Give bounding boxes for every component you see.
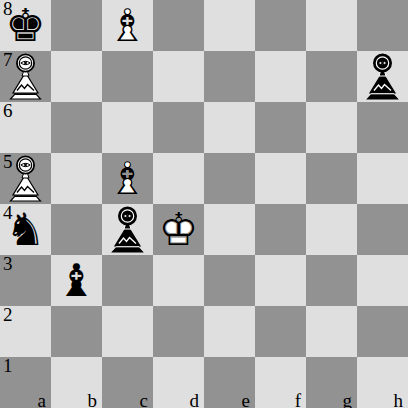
- white-piece-outline-glyph: ♔: [153, 204, 204, 255]
- square-a3[interactable]: 3: [0, 255, 51, 306]
- square-d7[interactable]: [153, 51, 204, 102]
- square-d5[interactable]: [153, 153, 204, 204]
- square-g8[interactable]: [306, 0, 357, 51]
- square-g4[interactable]: [306, 204, 357, 255]
- square-f1[interactable]: f: [255, 357, 306, 408]
- white-king-d4[interactable]: ♚♔: [153, 204, 204, 255]
- black-fairy-circle-eye-icon: [109, 206, 146, 253]
- file-label-b: b: [88, 391, 98, 408]
- rank-label-2: 2: [3, 304, 13, 326]
- rank-label-7: 7: [3, 49, 13, 71]
- white-fairy-circle-eye-icon: [7, 155, 44, 202]
- file-label-e: e: [242, 391, 250, 408]
- black-piece-glyph: ♝: [51, 255, 102, 306]
- square-b6[interactable]: [51, 102, 102, 153]
- square-g1[interactable]: g: [306, 357, 357, 408]
- square-e4[interactable]: [204, 204, 255, 255]
- rank-label-4: 4: [3, 202, 13, 224]
- rank-label-6: 6: [3, 100, 13, 122]
- square-b8[interactable]: [51, 0, 102, 51]
- square-a5[interactable]: 5: [0, 153, 51, 204]
- white-piece-outline-glyph: ♗: [102, 153, 153, 204]
- square-b4[interactable]: [51, 204, 102, 255]
- square-h7[interactable]: [357, 51, 408, 102]
- square-e2[interactable]: [204, 306, 255, 357]
- square-h4[interactable]: [357, 204, 408, 255]
- square-c8[interactable]: ♝♗: [102, 0, 153, 51]
- file-label-d: d: [190, 391, 200, 408]
- white-bishop-c5[interactable]: ♝♗: [102, 153, 153, 204]
- square-f5[interactable]: [255, 153, 306, 204]
- chessboard: 8♚♝♗765♝♗4♞♚♔3♝21abcdefgh: [0, 0, 408, 408]
- square-h5[interactable]: [357, 153, 408, 204]
- square-h2[interactable]: [357, 306, 408, 357]
- rank-label-5: 5: [3, 151, 13, 173]
- square-g7[interactable]: [306, 51, 357, 102]
- square-e1[interactable]: e: [204, 357, 255, 408]
- square-c5[interactable]: ♝♗: [102, 153, 153, 204]
- square-d4[interactable]: ♚♔: [153, 204, 204, 255]
- square-h1[interactable]: h: [357, 357, 408, 408]
- square-b5[interactable]: [51, 153, 102, 204]
- square-c6[interactable]: [102, 102, 153, 153]
- file-label-a: a: [38, 391, 46, 408]
- square-e5[interactable]: [204, 153, 255, 204]
- square-f2[interactable]: [255, 306, 306, 357]
- square-d1[interactable]: d: [153, 357, 204, 408]
- file-label-c: c: [140, 391, 148, 408]
- square-e6[interactable]: [204, 102, 255, 153]
- square-a2[interactable]: 2: [0, 306, 51, 357]
- square-a4[interactable]: 4♞: [0, 204, 51, 255]
- square-f8[interactable]: [255, 0, 306, 51]
- square-h8[interactable]: [357, 0, 408, 51]
- square-h3[interactable]: [357, 255, 408, 306]
- black-fairy-circle-eye-icon: [364, 53, 401, 100]
- square-h6[interactable]: [357, 102, 408, 153]
- square-d3[interactable]: [153, 255, 204, 306]
- rank-label-8: 8: [3, 0, 13, 20]
- square-c2[interactable]: [102, 306, 153, 357]
- file-label-f: f: [295, 391, 301, 408]
- square-a7[interactable]: 7: [0, 51, 51, 102]
- white-bishop-c8[interactable]: ♝♗: [102, 0, 153, 51]
- white-fairy-circle-eye-icon: [7, 53, 44, 100]
- square-e8[interactable]: [204, 0, 255, 51]
- square-b7[interactable]: [51, 51, 102, 102]
- black-bishop-b3[interactable]: ♝: [51, 255, 102, 306]
- square-a6[interactable]: 6: [0, 102, 51, 153]
- square-e7[interactable]: [204, 51, 255, 102]
- square-g5[interactable]: [306, 153, 357, 204]
- square-b2[interactable]: [51, 306, 102, 357]
- square-a1[interactable]: 1a: [0, 357, 51, 408]
- white-piece-outline-glyph: ♗: [102, 0, 153, 51]
- square-b3[interactable]: ♝: [51, 255, 102, 306]
- square-a8[interactable]: 8♚: [0, 0, 51, 51]
- file-label-g: g: [343, 391, 353, 408]
- black-fairy-circle-eye-c4[interactable]: [102, 204, 153, 255]
- square-g2[interactable]: [306, 306, 357, 357]
- square-d6[interactable]: [153, 102, 204, 153]
- square-f3[interactable]: [255, 255, 306, 306]
- square-e3[interactable]: [204, 255, 255, 306]
- file-label-h: h: [394, 391, 404, 408]
- square-d2[interactable]: [153, 306, 204, 357]
- square-g6[interactable]: [306, 102, 357, 153]
- square-f4[interactable]: [255, 204, 306, 255]
- square-c7[interactable]: [102, 51, 153, 102]
- black-fairy-circle-eye-h7[interactable]: [357, 51, 408, 102]
- square-f7[interactable]: [255, 51, 306, 102]
- square-g3[interactable]: [306, 255, 357, 306]
- square-b1[interactable]: b: [51, 357, 102, 408]
- rank-label-3: 3: [3, 253, 13, 275]
- square-c3[interactable]: [102, 255, 153, 306]
- square-d8[interactable]: [153, 0, 204, 51]
- square-c4[interactable]: [102, 204, 153, 255]
- rank-label-1: 1: [3, 355, 13, 377]
- square-f6[interactable]: [255, 102, 306, 153]
- square-c1[interactable]: c: [102, 357, 153, 408]
